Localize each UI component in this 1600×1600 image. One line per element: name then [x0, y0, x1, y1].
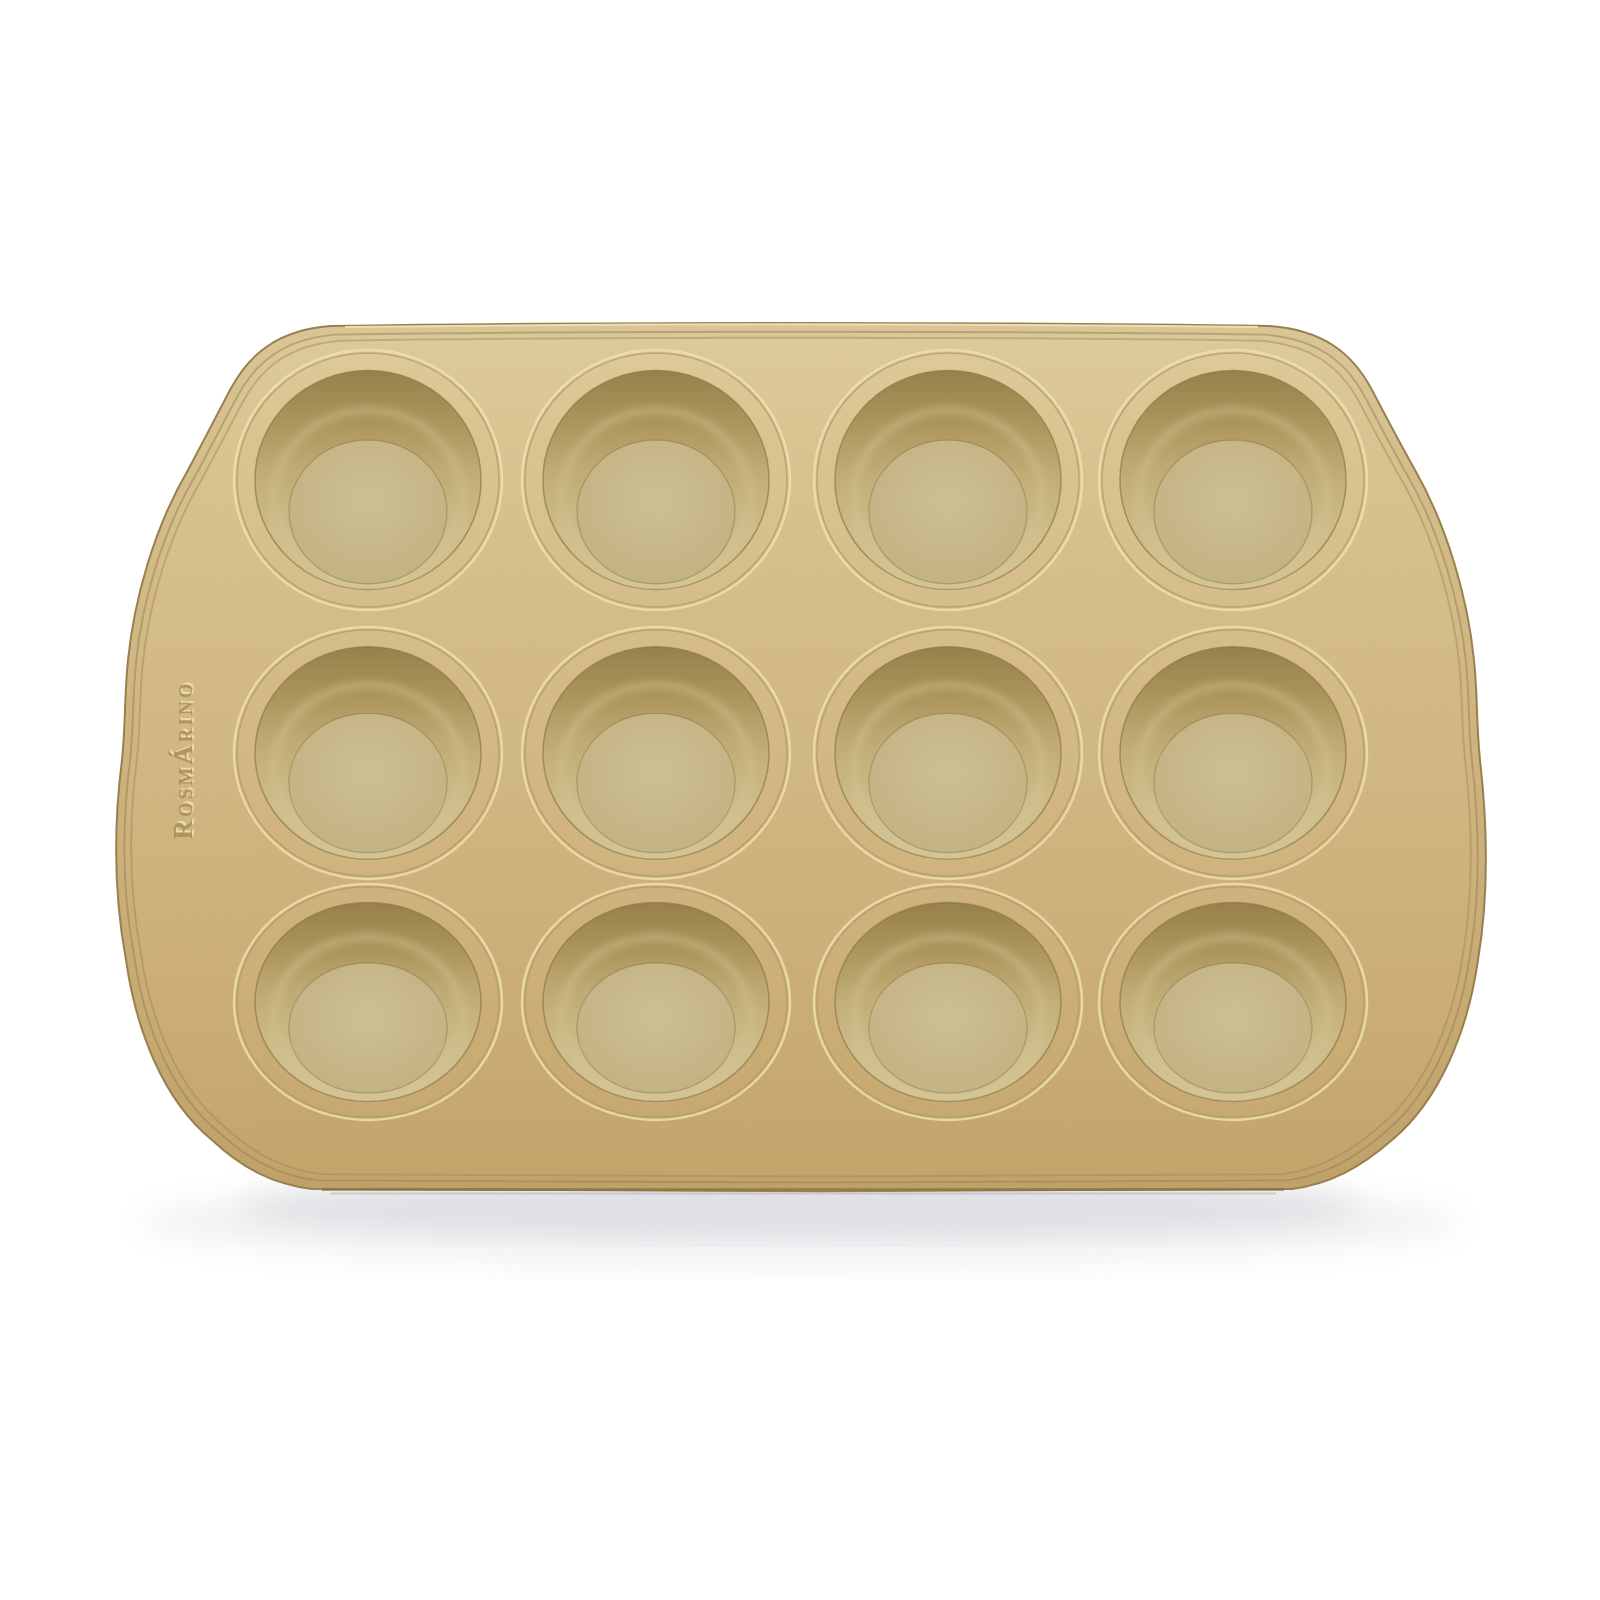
- product-photo-muffin-pan: RosmÁrino RosmÁrino: [0, 0, 1600, 1600]
- brand-logo-text: RosmÁrino: [168, 681, 198, 840]
- muffin-pan-illustration: RosmÁrino RosmÁrino: [0, 0, 1600, 1600]
- brand-logo: RosmÁrino RosmÁrino: [168, 679, 200, 840]
